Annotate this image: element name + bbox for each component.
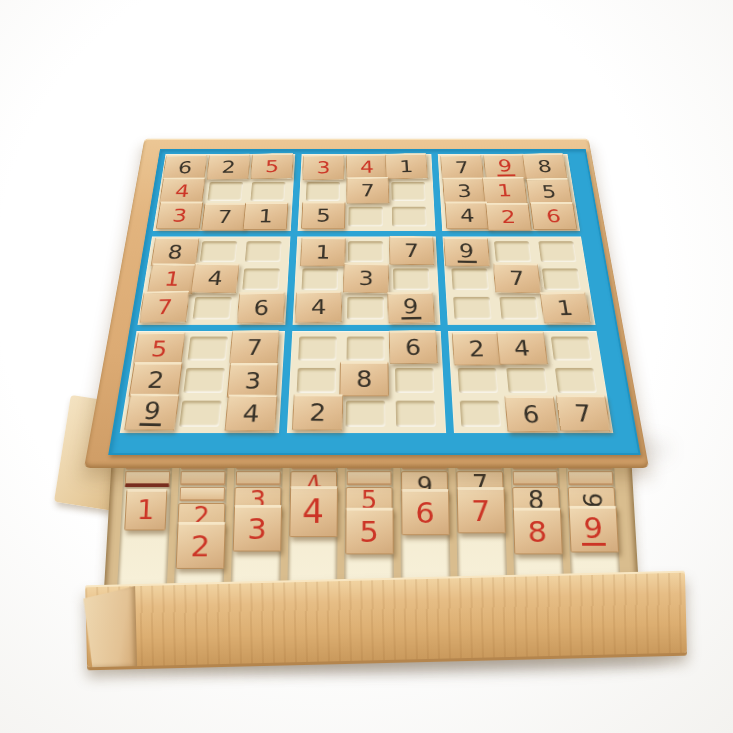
- tile-6-r9c8[interactable]: 6: [504, 395, 558, 432]
- cell-recess: [187, 337, 227, 361]
- cell-recess: [451, 268, 489, 290]
- drawer-front-tile-3[interactable]: 3: [232, 505, 281, 552]
- drawer-front-tile-4[interactable]: 4: [289, 486, 338, 537]
- cell-r6c2[interactable]: [189, 295, 236, 322]
- tile-9-r9c1[interactable]: 9: [124, 393, 180, 430]
- drawer-front-tile-5[interactable]: 5: [345, 508, 393, 555]
- tile-4-r2c1[interactable]: 4: [159, 177, 205, 204]
- board-wrap: 6254371341757983154268147617349971572394…: [84, 22, 649, 468]
- tile-digit: 7: [361, 183, 375, 199]
- cell-r1c4[interactable]: 3: [304, 156, 344, 178]
- cell-r8c8[interactable]: [502, 365, 552, 395]
- cell-recess: [538, 241, 576, 262]
- tile-digit: 8: [166, 243, 184, 261]
- box-2: 34175: [298, 154, 436, 231]
- cell-recess: [297, 368, 337, 393]
- cell-r7c8[interactable]: 4: [499, 334, 547, 363]
- tile-digit: 7: [573, 402, 593, 425]
- cell-r1c8[interactable]: 9: [483, 156, 525, 178]
- cell-r9c2[interactable]: [175, 398, 226, 429]
- tile-3-r8c3[interactable]: 3: [227, 363, 279, 398]
- cell-r1c7[interactable]: 7: [441, 156, 482, 178]
- cell-r5c4[interactable]: [298, 266, 342, 292]
- cell-recess: [179, 401, 221, 427]
- tile-digit: 6: [522, 403, 541, 426]
- tile-3-r3c1[interactable]: 3: [156, 202, 203, 230]
- cell-r2c1[interactable]: 4: [161, 180, 205, 203]
- tile-digit: 3: [316, 160, 330, 176]
- cell-r3c3[interactable]: 1: [245, 205, 288, 229]
- cell-r1c1[interactable]: 6: [165, 156, 208, 178]
- tile-4-r5c2[interactable]: 4: [190, 262, 240, 293]
- tile-2-r1c2[interactable]: 2: [206, 154, 250, 180]
- cell-r2c4[interactable]: [302, 180, 343, 203]
- cell-r7c6[interactable]: 6: [391, 334, 437, 363]
- cell-r6c5[interactable]: [343, 295, 387, 322]
- cell-r6c3[interactable]: 6: [236, 295, 282, 322]
- cell-recess: [347, 297, 384, 320]
- drawer-tile-digit: 7: [471, 497, 491, 525]
- tile-digit: 7: [404, 242, 419, 260]
- tile-digit: 7: [216, 209, 232, 226]
- tile-digit: 8: [536, 159, 553, 175]
- drawer-tile-digit: 3: [247, 515, 267, 543]
- tile-5-r2c9[interactable]: 5: [526, 178, 573, 205]
- cell-r2c3[interactable]: [247, 180, 289, 203]
- cell-recess: [494, 241, 532, 262]
- sudoku-board: 6254371341757983154268147617349971572394…: [108, 149, 640, 455]
- tile-4-r9c3[interactable]: 4: [224, 394, 277, 431]
- tile-1-r3c3[interactable]: 1: [243, 202, 289, 230]
- tile-digit: 6: [405, 337, 422, 358]
- cell-r9c6[interactable]: [392, 398, 440, 429]
- tile-digit: 4: [459, 207, 475, 224]
- cell-r6c6[interactable]: 9: [390, 295, 435, 322]
- tile-7-r4c6[interactable]: 7: [389, 236, 434, 266]
- tile-7-r5c8[interactable]: 7: [493, 262, 541, 293]
- cell-r9c4[interactable]: 2: [291, 398, 339, 429]
- cell-r9c9[interactable]: 7: [555, 398, 607, 429]
- cell-r7c5[interactable]: [343, 334, 389, 363]
- cell-r6c1[interactable]: 7: [142, 295, 190, 322]
- drawer-tile-digit: 6: [415, 499, 435, 527]
- cell-r2c2[interactable]: [204, 180, 247, 203]
- tile-digit: 2: [146, 370, 165, 391]
- tile-digit: 5: [316, 207, 331, 224]
- stacked-tile-back[interactable]: [125, 471, 171, 487]
- tile-9-r4c7[interactable]: 9: [444, 237, 490, 267]
- tile-7-r9c9[interactable]: 7: [556, 394, 611, 431]
- cell-r7c4[interactable]: [294, 334, 340, 363]
- cell-r5c2[interactable]: 4: [192, 266, 238, 292]
- tile-2-r8c1[interactable]: 2: [128, 362, 182, 397]
- cell-recess: [458, 368, 499, 393]
- tile-7-r2c5[interactable]: 7: [346, 177, 389, 204]
- tile-2-r9c4[interactable]: 2: [292, 393, 344, 430]
- cell-r4c5[interactable]: [344, 239, 387, 264]
- cell-recess: [348, 207, 383, 227]
- cell-recess: [183, 368, 224, 393]
- tile-1-r2c8[interactable]: 1: [482, 177, 528, 204]
- cell-r4c6[interactable]: 7: [389, 239, 432, 264]
- tile-5-r1c3[interactable]: 5: [250, 153, 293, 179]
- cell-r8c3[interactable]: 3: [229, 365, 278, 395]
- tile-7-r7c3[interactable]: 7: [229, 330, 279, 364]
- tile-6-r3c9[interactable]: 6: [530, 202, 577, 230]
- cell-r6c7[interactable]: [449, 295, 495, 322]
- cell-recess: [298, 337, 337, 361]
- tile-digit: 7: [509, 269, 526, 288]
- tile-5-r3c4[interactable]: 5: [301, 202, 345, 230]
- cell-recess: [207, 182, 243, 201]
- cell-r5c1[interactable]: 1: [146, 266, 193, 292]
- tile-6-r7c6[interactable]: 6: [389, 330, 438, 364]
- cell-r7c9[interactable]: [547, 334, 596, 363]
- cell-r6c8[interactable]: [496, 295, 543, 322]
- cell-recess: [348, 241, 384, 262]
- cell-r7c2[interactable]: [183, 334, 231, 363]
- tile-digit: 1: [258, 208, 274, 225]
- tile-digit: 3: [358, 269, 374, 288]
- cell-recess: [460, 401, 502, 427]
- cell-r4c4[interactable]: 1: [299, 239, 342, 264]
- tile-digit: 7: [156, 298, 174, 318]
- cell-recess: [395, 368, 434, 393]
- cell-r4c9[interactable]: [535, 239, 581, 264]
- cell-r5c6[interactable]: [390, 266, 434, 292]
- box-1: 6254371: [153, 154, 295, 231]
- stacked-tile-back[interactable]: [180, 487, 225, 501]
- cell-r7c7[interactable]: 2: [452, 334, 499, 363]
- stacked-tile-back[interactable]: [236, 471, 281, 485]
- tile-digit: 5: [150, 339, 169, 360]
- tile-6-r6c3[interactable]: 6: [237, 291, 285, 324]
- tile-digit: 2: [468, 339, 486, 360]
- cell-r2c7[interactable]: 3: [443, 180, 485, 203]
- cell-r7c3[interactable]: 7: [232, 334, 279, 363]
- cell-r9c8[interactable]: 6: [505, 398, 556, 429]
- tile-7-r6c1[interactable]: 7: [139, 290, 189, 323]
- tile-digit: 4: [311, 298, 327, 318]
- tile-2-r7c7[interactable]: 2: [452, 332, 503, 366]
- tile-digit: 6: [253, 298, 269, 318]
- cell-recess: [250, 182, 285, 201]
- cell-recess: [346, 401, 386, 427]
- tile-digit: 4: [513, 338, 531, 359]
- cell-r1c6[interactable]: 1: [388, 156, 428, 178]
- cell-recess: [551, 337, 592, 361]
- tile-digit: 8: [356, 369, 372, 390]
- tile-digit: 2: [309, 402, 327, 425]
- drawer-front-tile-1[interactable]: 1: [124, 489, 167, 531]
- tile-digit: 7: [454, 160, 470, 176]
- tile-digit: 1: [556, 298, 575, 318]
- tile-digit: 4: [242, 402, 261, 425]
- box-6: 971: [443, 236, 596, 324]
- tile-digit: 3: [171, 207, 188, 224]
- cell-r5c3[interactable]: [238, 266, 283, 292]
- tile-digit: 1: [497, 183, 513, 199]
- cell-recess: [391, 182, 425, 201]
- tile-digit: 9: [496, 158, 516, 176]
- cell-r5c9[interactable]: [538, 266, 585, 292]
- cell-r3c5[interactable]: [345, 205, 386, 229]
- cell-r3c7[interactable]: 4: [444, 205, 487, 229]
- tile-1-r6c9[interactable]: 1: [539, 291, 591, 324]
- cell-r3c9[interactable]: 6: [530, 205, 574, 229]
- cell-recess: [200, 241, 238, 262]
- cell-r1c9[interactable]: 8: [524, 156, 567, 178]
- tile-8-r4c1[interactable]: 8: [150, 237, 199, 267]
- board-frame: 6254371341757983154268147617349971572394…: [84, 139, 649, 468]
- cell-r5c8[interactable]: 7: [493, 266, 539, 292]
- tile-digit: 1: [399, 159, 414, 175]
- tile-4-r7c8[interactable]: 4: [496, 331, 548, 365]
- cell-r4c2[interactable]: [196, 239, 241, 264]
- tile-digit: 4: [206, 269, 224, 288]
- cell-r3c2[interactable]: 7: [201, 205, 245, 229]
- box-8: 682: [287, 331, 446, 433]
- box-9: 2467: [448, 331, 613, 433]
- tile-digit: 2: [500, 209, 516, 226]
- tile-digit: 3: [457, 183, 473, 199]
- cell-r3c6[interactable]: [388, 205, 430, 229]
- tile-digit: 4: [174, 183, 190, 199]
- cell-recess: [499, 297, 538, 320]
- cell-r8c6[interactable]: [391, 365, 438, 395]
- cell-recess: [392, 207, 427, 227]
- stacked-tile-back[interactable]: [568, 471, 613, 485]
- cell-r8c5[interactable]: 8: [342, 365, 389, 395]
- cell-r1c2[interactable]: 2: [207, 156, 249, 178]
- drawer-front-end-grain: [83, 586, 137, 667]
- tile-digit: 5: [541, 184, 558, 200]
- cell-r7c1[interactable]: 5: [135, 334, 184, 363]
- tile-digit: 7: [246, 337, 263, 358]
- cell-recess: [245, 241, 282, 262]
- tile-4-r3c7[interactable]: 4: [445, 202, 491, 230]
- drawer-tile-digit: 9: [581, 514, 606, 546]
- tile-1-r4c4[interactable]: 1: [300, 237, 346, 267]
- tile-3-r2c7[interactable]: 3: [442, 177, 487, 204]
- cell-r1c3[interactable]: 5: [249, 156, 290, 178]
- cell-r6c9[interactable]: 1: [542, 295, 590, 322]
- tile-digit: 1: [163, 270, 181, 289]
- stacked-tile-back[interactable]: [513, 471, 558, 485]
- cell-r5c5[interactable]: 3: [344, 266, 387, 292]
- tile-8-r1c9[interactable]: 8: [522, 153, 568, 179]
- tile-digit: 9: [457, 242, 476, 263]
- tile-digit: 6: [545, 208, 562, 225]
- drawer-front-tile-9[interactable]: 9: [568, 506, 618, 553]
- cell-recess: [347, 337, 385, 361]
- cell-r9c1[interactable]: 9: [124, 398, 176, 429]
- drawer-tile-digit: 2: [190, 532, 211, 560]
- cell-r9c5[interactable]: [342, 398, 390, 429]
- cell-r8c4[interactable]: [293, 365, 340, 395]
- cell-recess: [542, 268, 581, 290]
- cell-r2c5[interactable]: 7: [345, 180, 386, 203]
- cell-r4c7[interactable]: 9: [446, 239, 490, 264]
- cell-r2c9[interactable]: 5: [527, 180, 570, 203]
- box-4: 81476: [137, 236, 290, 324]
- tile-digit: 5: [265, 159, 280, 175]
- stacked-tile-back[interactable]: [347, 471, 392, 485]
- tile-digit: 9: [401, 297, 421, 320]
- drawer-tile-digit: 5: [359, 518, 378, 546]
- box-7: 572394: [120, 331, 285, 433]
- drawer-front-tile-6[interactable]: 6: [401, 489, 450, 535]
- cell-r1c5[interactable]: 4: [346, 156, 386, 178]
- tile-5-r7c1[interactable]: 5: [133, 332, 185, 366]
- cell-r2c6[interactable]: [388, 180, 429, 203]
- cell-recess: [301, 268, 338, 290]
- scene: 6254371341757983154268147617349971572394…: [0, 0, 733, 733]
- cell-r9c3[interactable]: 4: [226, 398, 276, 429]
- tile-digit: 9: [140, 400, 164, 426]
- cell-r8c7[interactable]: [454, 365, 503, 395]
- box-3: 798315426: [438, 154, 580, 231]
- box-5: 17349: [293, 236, 441, 324]
- cell-r3c8[interactable]: 2: [487, 205, 531, 229]
- drawer-tile-digit: 8: [527, 518, 547, 546]
- cell-recess: [306, 182, 340, 201]
- tile-digit: 3: [244, 370, 262, 391]
- tile-8-r8c5[interactable]: 8: [339, 361, 389, 396]
- tile-3-r5c5[interactable]: 3: [343, 262, 389, 293]
- cell-r9c7[interactable]: [456, 398, 506, 429]
- drawer-tile-digit: 1: [136, 498, 155, 523]
- tile-1-r1c6[interactable]: 1: [385, 153, 428, 179]
- tile-4-r6c4[interactable]: 4: [295, 290, 342, 323]
- cell-r6c4[interactable]: 4: [296, 295, 341, 322]
- cell-recess: [193, 297, 232, 320]
- tile-digit: 4: [360, 159, 374, 175]
- cell-r4c1[interactable]: 8: [151, 239, 197, 264]
- cell-recess: [242, 268, 280, 290]
- cell-recess: [393, 268, 430, 290]
- tile-3-r1c4[interactable]: 3: [302, 154, 344, 180]
- drawer-tile-digit: 4: [302, 497, 324, 528]
- cell-recess: [555, 368, 597, 393]
- drawer-front-tile-7[interactable]: 7: [456, 487, 505, 533]
- cell-r2c8[interactable]: 1: [485, 180, 528, 203]
- cell-r8c2[interactable]: [179, 365, 229, 395]
- drawer-front-bar[interactable]: [85, 571, 687, 668]
- cell-r3c4[interactable]: 5: [301, 205, 343, 229]
- tile-2-r3c8[interactable]: 2: [485, 203, 532, 231]
- tile-digit: 2: [221, 159, 236, 175]
- drawer-front-tile-8[interactable]: 8: [512, 508, 562, 555]
- cell-recess: [396, 401, 436, 427]
- tile-digit: 6: [177, 160, 193, 176]
- stacked-tile-back[interactable]: [180, 471, 225, 485]
- cell-r8c9[interactable]: [551, 365, 602, 395]
- tile-7-r3c2[interactable]: 7: [201, 203, 248, 231]
- cell-r4c3[interactable]: [241, 239, 285, 264]
- cell-recess: [506, 368, 547, 393]
- cell-r5c7[interactable]: [448, 266, 493, 292]
- cell-r8c1[interactable]: 2: [130, 365, 181, 395]
- tile-digit: 1: [315, 243, 331, 261]
- cell-r4c8[interactable]: [490, 239, 535, 264]
- cell-recess: [453, 297, 491, 320]
- cell-r3c1[interactable]: 3: [157, 205, 201, 229]
- drawer-front-tile-2[interactable]: 2: [175, 522, 225, 569]
- tile-9-r6c6[interactable]: 9: [387, 291, 435, 324]
